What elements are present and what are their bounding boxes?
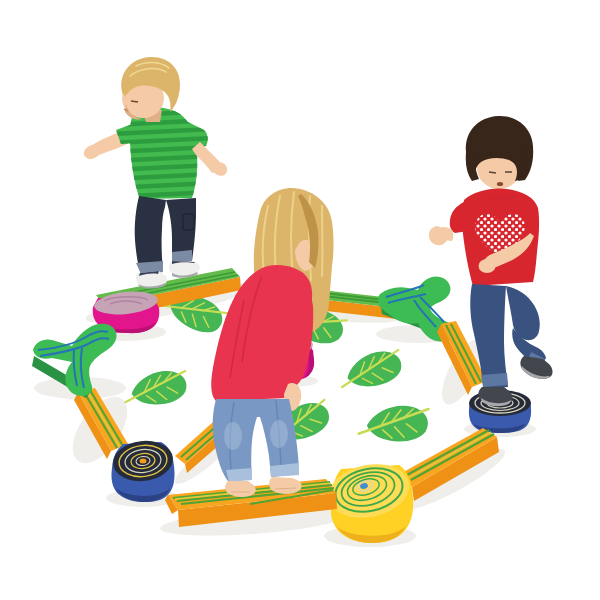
- child-right: [429, 116, 553, 406]
- leaf-print: [357, 404, 431, 445]
- child-boy: [82, 57, 230, 289]
- blue-stump-left: [111, 437, 175, 502]
- rchild-right-hand: [479, 259, 496, 273]
- leaf-print: [335, 345, 407, 396]
- boy-cargo-pocket: [183, 214, 194, 230]
- child-girl: [211, 188, 333, 497]
- product-photo: Three young children balancing and stepp…: [0, 0, 600, 600]
- girl-right-foot: [269, 477, 302, 494]
- leaf-print: [121, 366, 191, 411]
- scene-illustration: Three young children balancing and stepp…: [0, 0, 600, 600]
